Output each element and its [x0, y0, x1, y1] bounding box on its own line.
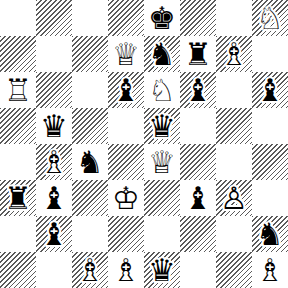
- piece-white-knight: ♘: [148, 72, 176, 108]
- piece-black-bishop: ♝: [40, 180, 68, 216]
- square-a2[interactable]: [0, 216, 36, 252]
- square-h6[interactable]: ♝: [252, 72, 288, 108]
- square-b8[interactable]: [36, 0, 72, 36]
- square-f2[interactable]: [180, 216, 216, 252]
- square-c5[interactable]: [72, 108, 108, 144]
- square-f5[interactable]: [180, 108, 216, 144]
- square-d8[interactable]: [108, 0, 144, 36]
- piece-black-bishop: ♝: [184, 72, 212, 108]
- square-h8[interactable]: ♘: [252, 0, 288, 36]
- piece-white-queen: ♕: [148, 144, 176, 180]
- square-d7[interactable]: ♕: [108, 36, 144, 72]
- square-h1[interactable]: ♗: [252, 252, 288, 288]
- piece-black-king: ♚: [148, 0, 176, 36]
- piece-white-bishop: ♗: [76, 252, 104, 288]
- square-b5[interactable]: ♛: [36, 108, 72, 144]
- square-a4[interactable]: [0, 144, 36, 180]
- square-b4[interactable]: ♗: [36, 144, 72, 180]
- square-c7[interactable]: [72, 36, 108, 72]
- piece-white-bishop: ♗: [40, 144, 68, 180]
- square-f8[interactable]: [180, 0, 216, 36]
- square-f1[interactable]: [180, 252, 216, 288]
- piece-black-bishop: ♝: [184, 180, 212, 216]
- piece-white-king: ♔: [112, 180, 140, 216]
- square-b7[interactable]: [36, 36, 72, 72]
- square-d2[interactable]: [108, 216, 144, 252]
- square-a5[interactable]: [0, 108, 36, 144]
- piece-black-queen: ♛: [40, 108, 68, 144]
- square-e8[interactable]: ♚: [144, 0, 180, 36]
- square-d6[interactable]: ♝: [108, 72, 144, 108]
- square-c2[interactable]: [72, 216, 108, 252]
- chessboard: ♚♘♕♞♜♗♖♝♘♝♝♛♛♗♞♕♜♝♔♝♙♝♞♗♗♛♗: [0, 0, 288, 288]
- square-g7[interactable]: ♗: [216, 36, 252, 72]
- square-e3[interactable]: [144, 180, 180, 216]
- square-h2[interactable]: ♞: [252, 216, 288, 252]
- piece-white-queen: ♕: [112, 36, 140, 72]
- square-g3[interactable]: ♙: [216, 180, 252, 216]
- square-g4[interactable]: [216, 144, 252, 180]
- square-b2[interactable]: ♝: [36, 216, 72, 252]
- square-e2[interactable]: [144, 216, 180, 252]
- square-g6[interactable]: [216, 72, 252, 108]
- square-c1[interactable]: ♗: [72, 252, 108, 288]
- square-b3[interactable]: ♝: [36, 180, 72, 216]
- piece-white-knight: ♘: [256, 0, 284, 36]
- square-g1[interactable]: [216, 252, 252, 288]
- square-a3[interactable]: ♜: [0, 180, 36, 216]
- square-e5[interactable]: ♛: [144, 108, 180, 144]
- square-g2[interactable]: [216, 216, 252, 252]
- square-d1[interactable]: ♗: [108, 252, 144, 288]
- square-g5[interactable]: [216, 108, 252, 144]
- square-a1[interactable]: [0, 252, 36, 288]
- piece-black-rook: ♜: [184, 36, 212, 72]
- piece-black-knight: ♞: [256, 216, 284, 252]
- square-f3[interactable]: ♝: [180, 180, 216, 216]
- square-h7[interactable]: [252, 36, 288, 72]
- square-f4[interactable]: [180, 144, 216, 180]
- square-h4[interactable]: [252, 144, 288, 180]
- piece-white-bishop: ♗: [256, 252, 284, 288]
- square-a6[interactable]: ♖: [0, 72, 36, 108]
- piece-black-knight: ♞: [148, 36, 176, 72]
- square-c6[interactable]: [72, 72, 108, 108]
- square-d4[interactable]: [108, 144, 144, 180]
- square-b6[interactable]: [36, 72, 72, 108]
- square-a7[interactable]: [0, 36, 36, 72]
- square-a8[interactable]: [0, 0, 36, 36]
- square-c8[interactable]: [72, 0, 108, 36]
- piece-white-pawn: ♙: [220, 180, 248, 216]
- piece-black-knight: ♞: [76, 144, 104, 180]
- piece-black-bishop: ♝: [112, 72, 140, 108]
- square-e1[interactable]: ♛: [144, 252, 180, 288]
- square-d3[interactable]: ♔: [108, 180, 144, 216]
- piece-black-rook: ♜: [4, 180, 32, 216]
- square-c4[interactable]: ♞: [72, 144, 108, 180]
- square-h3[interactable]: [252, 180, 288, 216]
- piece-white-bishop: ♗: [220, 36, 248, 72]
- square-d5[interactable]: [108, 108, 144, 144]
- piece-black-bishop: ♝: [40, 216, 68, 252]
- square-e7[interactable]: ♞: [144, 36, 180, 72]
- square-f7[interactable]: ♜: [180, 36, 216, 72]
- square-c3[interactable]: [72, 180, 108, 216]
- square-e6[interactable]: ♘: [144, 72, 180, 108]
- piece-white-rook: ♖: [4, 72, 32, 108]
- square-g8[interactable]: [216, 0, 252, 36]
- piece-black-queen: ♛: [148, 252, 176, 288]
- square-e4[interactable]: ♕: [144, 144, 180, 180]
- square-h5[interactable]: [252, 108, 288, 144]
- piece-black-bishop: ♝: [256, 72, 284, 108]
- piece-white-bishop: ♗: [112, 252, 140, 288]
- square-b1[interactable]: [36, 252, 72, 288]
- piece-black-queen: ♛: [148, 108, 176, 144]
- square-f6[interactable]: ♝: [180, 72, 216, 108]
